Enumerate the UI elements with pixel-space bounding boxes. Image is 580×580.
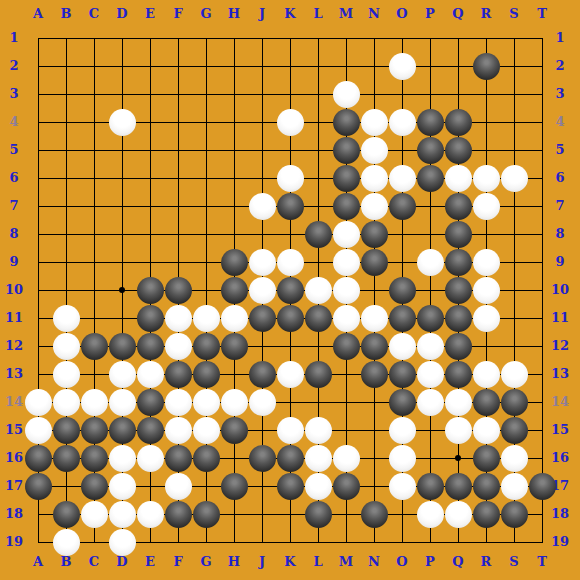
stone-black-Q7 [445,193,472,220]
stone-white-D13 [109,361,136,388]
stone-white-O15 [389,417,416,444]
stone-white-N7 [361,193,388,220]
row-label-left: 2 [0,59,28,73]
row-label-left: 12 [0,339,28,353]
stone-black-S18 [501,501,528,528]
stone-black-G18 [193,501,220,528]
row-label-right: 14 [546,395,574,409]
row-label-right: 3 [546,87,574,101]
stone-black-N8 [361,221,388,248]
stone-white-B11 [53,305,80,332]
stone-black-J13 [249,361,276,388]
stone-black-E12 [137,333,164,360]
stone-black-M7 [333,193,360,220]
stone-white-H11 [221,305,248,332]
column-label-bottom: A [24,555,52,569]
row-label-right: 18 [546,507,574,521]
column-label-bottom: D [108,555,136,569]
stone-black-M4 [333,109,360,136]
stone-black-Q10 [445,277,472,304]
stone-white-L16 [305,445,332,472]
stone-white-N5 [361,137,388,164]
column-label-top: D [108,7,136,21]
stone-black-P11 [417,305,444,332]
stone-black-D12 [109,333,136,360]
stone-black-P17 [417,473,444,500]
column-label-bottom: N [360,555,388,569]
stone-white-H14 [221,389,248,416]
stone-black-E10 [137,277,164,304]
stone-white-G14 [193,389,220,416]
stone-white-Q14 [445,389,472,416]
row-label-right: 6 [546,171,574,185]
column-label-top: F [164,7,192,21]
stone-white-R13 [473,361,500,388]
stone-white-N11 [361,305,388,332]
grid-line-vertical [542,38,543,543]
stone-black-A16 [25,445,52,472]
stone-white-B12 [53,333,80,360]
stone-white-R6 [473,165,500,192]
stone-white-E16 [137,445,164,472]
row-label-left: 5 [0,143,28,157]
column-label-bottom: J [248,555,276,569]
stone-white-O17 [389,473,416,500]
row-label-left: 11 [0,311,28,325]
stone-white-S13 [501,361,528,388]
stone-black-E11 [137,305,164,332]
column-label-top: Q [444,7,472,21]
stone-white-C18 [81,501,108,528]
stone-black-C12 [81,333,108,360]
stone-white-P14 [417,389,444,416]
stone-black-G13 [193,361,220,388]
stone-black-J11 [249,305,276,332]
stone-black-H12 [221,333,248,360]
column-label-bottom: G [192,555,220,569]
column-label-top: K [276,7,304,21]
stone-white-R10 [473,277,500,304]
stone-white-O16 [389,445,416,472]
stone-white-L10 [305,277,332,304]
column-label-bottom: P [416,555,444,569]
stone-black-L11 [305,305,332,332]
stone-white-B19 [53,529,80,556]
row-label-right: 8 [546,227,574,241]
stone-black-S15 [501,417,528,444]
row-label-right: 15 [546,423,574,437]
stone-black-H9 [221,249,248,276]
stone-white-P12 [417,333,444,360]
row-label-right: 11 [546,311,574,325]
column-label-bottom: C [80,555,108,569]
row-label-right: 9 [546,255,574,269]
stone-white-M3 [333,81,360,108]
stone-white-B13 [53,361,80,388]
stone-white-K13 [277,361,304,388]
stone-black-C15 [81,417,108,444]
column-label-bottom: R [472,555,500,569]
stone-white-A15 [25,417,52,444]
stone-white-B14 [53,389,80,416]
stone-black-Q4 [445,109,472,136]
stone-white-G11 [193,305,220,332]
stone-black-Q8 [445,221,472,248]
stone-white-R11 [473,305,500,332]
stone-white-N4 [361,109,388,136]
stone-black-B16 [53,445,80,472]
row-label-left: 3 [0,87,28,101]
stone-black-Q12 [445,333,472,360]
stone-black-O14 [389,389,416,416]
stone-white-D19 [109,529,136,556]
row-label-left: 9 [0,255,28,269]
row-label-left: 10 [0,283,28,297]
stone-white-J14 [249,389,276,416]
stone-white-P9 [417,249,444,276]
stone-black-P5 [417,137,444,164]
column-label-top: O [388,7,416,21]
stone-white-L15 [305,417,332,444]
row-label-right: 16 [546,451,574,465]
row-label-right: 5 [546,143,574,157]
stone-black-Q5 [445,137,472,164]
stone-white-F11 [165,305,192,332]
stone-white-Q18 [445,501,472,528]
stone-black-G12 [193,333,220,360]
stone-black-T17 [529,473,556,500]
column-label-bottom: L [304,555,332,569]
stone-white-K6 [277,165,304,192]
stone-white-O12 [389,333,416,360]
stone-black-N18 [361,501,388,528]
stone-white-J10 [249,277,276,304]
stone-black-N13 [361,361,388,388]
stone-white-F15 [165,417,192,444]
stone-white-M10 [333,277,360,304]
stone-white-F14 [165,389,192,416]
row-label-left: 14 [0,395,28,409]
stone-white-D16 [109,445,136,472]
stone-black-P4 [417,109,444,136]
stone-black-R18 [473,501,500,528]
stone-black-R17 [473,473,500,500]
stone-black-N9 [361,249,388,276]
column-label-top: T [528,7,556,21]
stone-black-N12 [361,333,388,360]
row-label-left: 13 [0,367,28,381]
row-label-left: 7 [0,199,28,213]
stone-black-C16 [81,445,108,472]
stone-white-M8 [333,221,360,248]
row-label-left: 8 [0,227,28,241]
stone-black-D15 [109,417,136,444]
stone-white-J7 [249,193,276,220]
stone-black-O11 [389,305,416,332]
stone-black-E14 [137,389,164,416]
column-label-top: J [248,7,276,21]
column-label-top: S [500,7,528,21]
row-label-right: 2 [546,59,574,73]
stone-white-S16 [501,445,528,472]
stone-black-M17 [333,473,360,500]
stone-black-B15 [53,417,80,444]
stone-black-E15 [137,417,164,444]
stone-black-S14 [501,389,528,416]
column-label-top: P [416,7,444,21]
stone-white-Q15 [445,417,472,444]
stone-black-K16 [277,445,304,472]
stone-black-Q11 [445,305,472,332]
column-label-bottom: B [52,555,80,569]
column-label-bottom: S [500,555,528,569]
column-label-top: C [80,7,108,21]
stone-white-D4 [109,109,136,136]
row-label-left: 19 [0,535,28,549]
column-label-bottom: K [276,555,304,569]
column-label-top: N [360,7,388,21]
stone-white-C14 [81,389,108,416]
row-label-right: 4 [546,115,574,129]
row-label-right: 10 [546,283,574,297]
stone-white-P18 [417,501,444,528]
row-label-right: 7 [546,199,574,213]
stone-black-K11 [277,305,304,332]
column-label-top: M [332,7,360,21]
stone-black-Q9 [445,249,472,276]
stone-black-O7 [389,193,416,220]
stone-black-F18 [165,501,192,528]
stone-white-J9 [249,249,276,276]
stone-black-O13 [389,361,416,388]
row-label-right: 12 [546,339,574,353]
stone-white-K15 [277,417,304,444]
stone-black-C17 [81,473,108,500]
stone-white-S6 [501,165,528,192]
stone-black-L18 [305,501,332,528]
stone-black-K10 [277,277,304,304]
row-label-right: 19 [546,535,574,549]
column-label-top: G [192,7,220,21]
stone-black-G16 [193,445,220,472]
stone-black-Q13 [445,361,472,388]
row-label-left: 18 [0,507,28,521]
stone-white-L17 [305,473,332,500]
stone-white-N6 [361,165,388,192]
stone-white-M11 [333,305,360,332]
column-label-bottom: H [220,555,248,569]
stone-black-H17 [221,473,248,500]
row-label-left: 1 [0,31,28,45]
stone-white-F12 [165,333,192,360]
stone-black-L13 [305,361,332,388]
stone-black-K17 [277,473,304,500]
stone-white-F17 [165,473,192,500]
stone-black-A17 [25,473,52,500]
stone-white-R15 [473,417,500,444]
stone-black-R16 [473,445,500,472]
stone-black-O10 [389,277,416,304]
column-label-bottom: T [528,555,556,569]
stone-black-B18 [53,501,80,528]
stone-white-E18 [137,501,164,528]
column-label-bottom: F [164,555,192,569]
row-label-left: 6 [0,171,28,185]
column-label-bottom: O [388,555,416,569]
column-label-top: L [304,7,332,21]
column-label-top: H [220,7,248,21]
stone-white-O6 [389,165,416,192]
stone-white-K4 [277,109,304,136]
row-label-left: 16 [0,451,28,465]
stone-black-M6 [333,165,360,192]
row-label-left: 15 [0,423,28,437]
star-point-D10 [119,287,125,293]
stone-white-O4 [389,109,416,136]
stone-black-M12 [333,333,360,360]
stone-white-M16 [333,445,360,472]
stone-white-R9 [473,249,500,276]
star-point-Q16 [455,455,461,461]
column-label-top: R [472,7,500,21]
stone-white-M9 [333,249,360,276]
stone-white-P13 [417,361,444,388]
stone-white-G15 [193,417,220,444]
stone-white-S17 [501,473,528,500]
stone-white-E13 [137,361,164,388]
stone-black-P6 [417,165,444,192]
column-label-top: E [136,7,164,21]
column-label-bottom: Q [444,555,472,569]
row-label-left: 17 [0,479,28,493]
stone-black-R2 [473,53,500,80]
stone-black-L8 [305,221,332,248]
stone-black-H15 [221,417,248,444]
row-label-right: 1 [546,31,574,45]
stone-white-A14 [25,389,52,416]
stone-black-F10 [165,277,192,304]
stone-black-F16 [165,445,192,472]
stone-white-K9 [277,249,304,276]
stone-white-D17 [109,473,136,500]
stone-black-R14 [473,389,500,416]
stone-black-H10 [221,277,248,304]
stone-white-O2 [389,53,416,80]
column-label-top: B [52,7,80,21]
stone-white-D18 [109,501,136,528]
stone-black-J16 [249,445,276,472]
row-label-right: 13 [546,367,574,381]
column-label-bottom: M [332,555,360,569]
stone-white-D14 [109,389,136,416]
go-board[interactable]: AABBCCDDEEFFGGHHJJKKLLMMNNOOPPQQRRSSTT11… [0,0,580,580]
column-label-bottom: E [136,555,164,569]
row-label-left: 4 [0,115,28,129]
column-label-top: A [24,7,52,21]
stone-black-K7 [277,193,304,220]
stone-black-M5 [333,137,360,164]
stone-black-Q17 [445,473,472,500]
stone-white-R7 [473,193,500,220]
stone-black-F13 [165,361,192,388]
stone-white-Q6 [445,165,472,192]
